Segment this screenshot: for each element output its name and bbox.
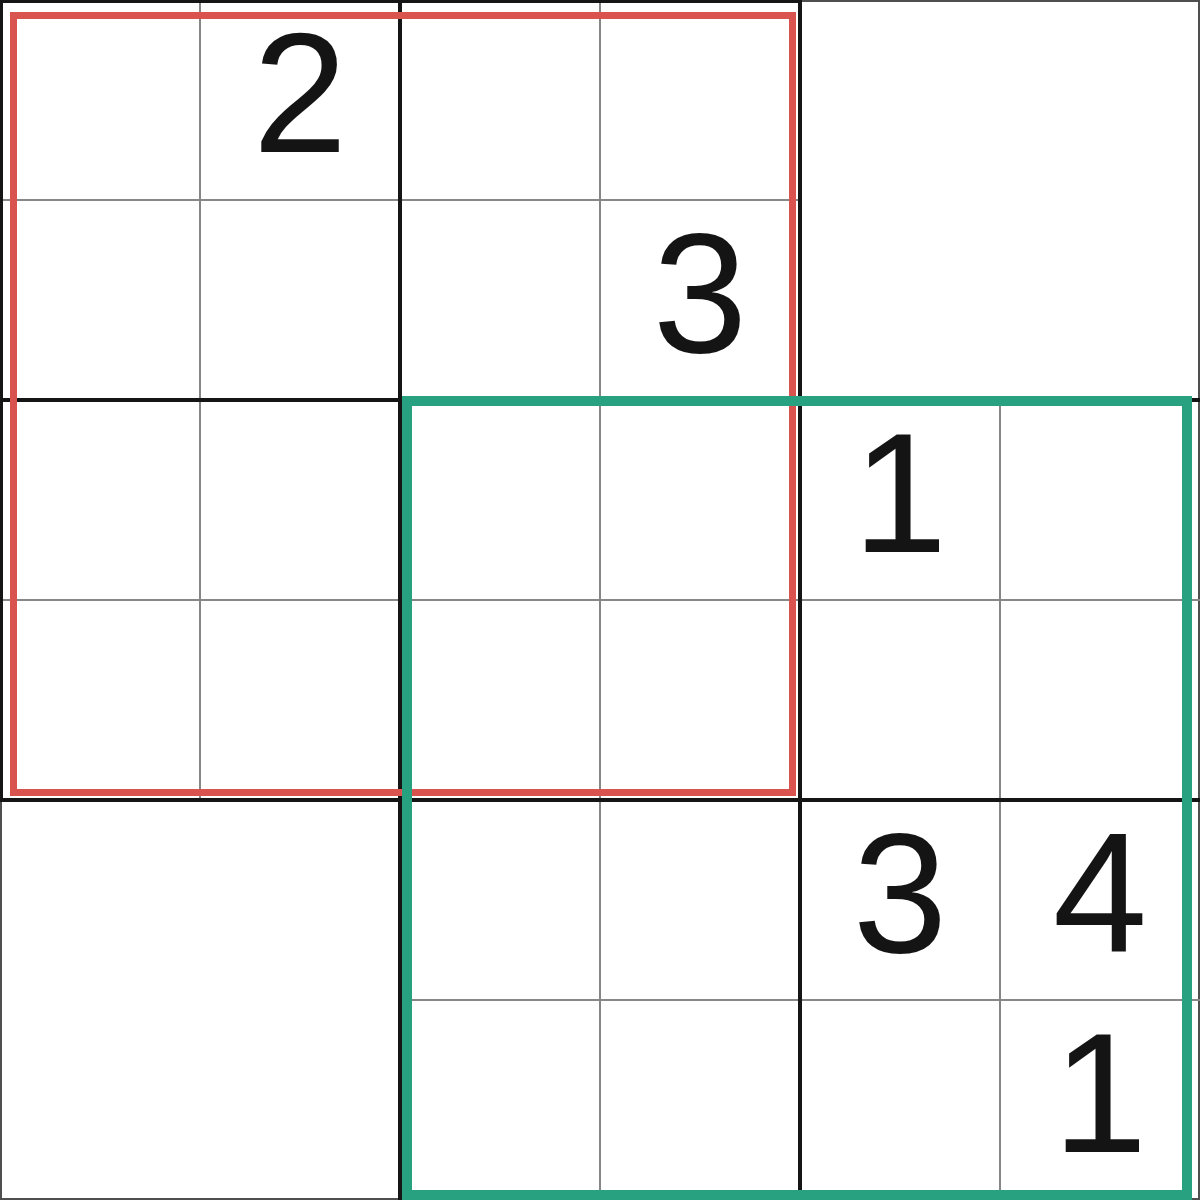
cell-r4c2[interactable] xyxy=(200,600,400,800)
cell-r2c3[interactable] xyxy=(400,200,600,400)
cell-r6c6[interactable]: 1 xyxy=(1000,1000,1200,1200)
cell-r3c6[interactable] xyxy=(1000,400,1200,600)
cell-r2c6[interactable] xyxy=(1000,200,1200,400)
digit: 2 xyxy=(253,8,348,178)
cell-r5c5[interactable]: 3 xyxy=(800,800,1000,1000)
cell-r4c3[interactable] xyxy=(400,600,600,800)
cell-r2c2[interactable] xyxy=(200,200,400,400)
cell-r4c1[interactable] xyxy=(0,600,200,800)
digit: 3 xyxy=(853,808,948,978)
cell-r4c6[interactable] xyxy=(1000,600,1200,800)
cell-r6c4[interactable] xyxy=(600,1000,800,1200)
digit: 3 xyxy=(653,208,748,378)
digit: 1 xyxy=(1053,1008,1148,1178)
cell-r6c2[interactable] xyxy=(200,1000,400,1200)
cell-r5c1[interactable] xyxy=(0,800,200,1000)
cell-r5c2[interactable] xyxy=(200,800,400,1000)
cell-r1c3[interactable] xyxy=(400,0,600,200)
digit: 4 xyxy=(1053,808,1148,978)
cell-r3c3[interactable] xyxy=(400,400,600,600)
cell-r1c5[interactable] xyxy=(800,0,1000,200)
board: 231341 xyxy=(0,0,1200,1200)
cell-r2c1[interactable] xyxy=(0,200,200,400)
cell-r3c2[interactable] xyxy=(200,400,400,600)
cell-r1c1[interactable] xyxy=(0,0,200,200)
cell-r6c1[interactable] xyxy=(0,1000,200,1200)
cell-r1c2[interactable]: 2 xyxy=(200,0,400,200)
cell-r5c3[interactable] xyxy=(400,800,600,1000)
cell-r6c3[interactable] xyxy=(400,1000,600,1200)
cell-r4c5[interactable] xyxy=(800,600,1000,800)
cell-r3c4[interactable] xyxy=(600,400,800,600)
cell-r2c4[interactable]: 3 xyxy=(600,200,800,400)
cell-r5c4[interactable] xyxy=(600,800,800,1000)
grid: 231341 xyxy=(0,0,1200,1200)
cell-r1c6[interactable] xyxy=(1000,0,1200,200)
cell-r4c4[interactable] xyxy=(600,600,800,800)
cell-r1c4[interactable] xyxy=(600,0,800,200)
cell-r5c6[interactable]: 4 xyxy=(1000,800,1200,1000)
cell-r2c5[interactable] xyxy=(800,200,1000,400)
cell-r6c5[interactable] xyxy=(800,1000,1000,1200)
digit: 1 xyxy=(853,408,948,578)
cell-r3c1[interactable] xyxy=(0,400,200,600)
cell-r3c5[interactable]: 1 xyxy=(800,400,1000,600)
